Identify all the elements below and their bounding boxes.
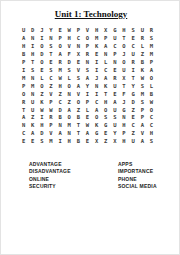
grid-cell: F xyxy=(65,51,74,59)
grid-cell: N xyxy=(56,122,65,130)
grid-cell: U xyxy=(19,27,28,35)
grid-cell: C xyxy=(56,98,65,106)
grid-cell: T xyxy=(28,59,37,67)
grid-cell: A xyxy=(56,130,65,138)
grid-cell: L xyxy=(37,75,46,83)
grid-cell: C xyxy=(129,43,138,51)
grid-cell: A xyxy=(138,122,147,130)
grid-cell: A xyxy=(65,106,74,114)
grid-cell: R xyxy=(83,51,92,59)
grid-cell: N xyxy=(28,35,37,43)
grid-cell: B xyxy=(74,138,83,146)
word-list-left: ADVANTAGEDISADVANTAGEONLINESECURITY xyxy=(29,161,71,191)
grid-cell: X xyxy=(74,51,83,59)
grid-cell: S xyxy=(110,114,119,122)
grid-cell: Y xyxy=(129,83,138,91)
grid-cell: X xyxy=(119,75,128,83)
grid-cell: W xyxy=(65,27,74,35)
grid-cell: I xyxy=(83,90,92,98)
grid-cell: C xyxy=(147,122,156,130)
word-list-item: APPS xyxy=(118,161,157,168)
grid-cell: E xyxy=(19,138,28,146)
grid-cell: C xyxy=(46,75,55,83)
grid-cell: S xyxy=(138,98,147,106)
grid-cell: S xyxy=(101,114,110,122)
grid-cell: V xyxy=(74,67,83,75)
grid-cell: W xyxy=(56,75,65,83)
grid-cell: L xyxy=(83,106,92,114)
grid-cell: N xyxy=(74,43,83,51)
grid-cell: U xyxy=(110,122,119,130)
grid-cell: P xyxy=(119,130,128,138)
word-list-item: IMPORTANCE xyxy=(118,168,157,175)
grid-cell: S xyxy=(37,138,46,146)
grid-cell: T xyxy=(74,122,83,130)
grid-cell: N xyxy=(92,83,101,91)
word-search-grid: UDJYEWPVHXGHSURANINPHCOMPUTERSHIOSOVNPKA… xyxy=(19,27,156,146)
grid-cell: S xyxy=(147,35,156,43)
grid-cell: P xyxy=(147,59,156,67)
grid-cell: I xyxy=(92,59,101,67)
grid-cell: E xyxy=(129,35,138,43)
grid-cell: U xyxy=(129,138,138,146)
grid-cell: W xyxy=(46,106,55,114)
grid-cell: I xyxy=(129,67,138,75)
grid-cell: Y xyxy=(110,130,119,138)
grid-cell: M xyxy=(65,122,74,130)
grid-cell: B xyxy=(19,51,28,59)
grid-cell: N xyxy=(65,90,74,98)
grid-cell: K xyxy=(92,43,101,51)
grid-cell: E xyxy=(110,67,119,75)
grid-cell: C xyxy=(92,98,101,106)
grid-cell: S xyxy=(129,27,138,35)
grid-cell: P xyxy=(56,35,65,43)
grid-cell: O xyxy=(56,43,65,51)
grid-cell: S xyxy=(83,67,92,75)
grid-cell: C xyxy=(101,67,110,75)
grid-cell: H xyxy=(28,51,37,59)
grid-cell: E xyxy=(92,51,101,59)
grid-cell: H xyxy=(147,130,156,138)
grid-cell: A xyxy=(101,75,110,83)
grid-cell: S xyxy=(74,75,83,83)
grid-cell: H xyxy=(119,27,128,35)
grid-cell: Z xyxy=(56,90,65,98)
grid-cell: A xyxy=(74,83,83,91)
grid-cell: P xyxy=(46,122,55,130)
grid-cell: N xyxy=(28,75,37,83)
grid-cell: O xyxy=(92,114,101,122)
grid-cell: G xyxy=(101,122,110,130)
grid-cell: R xyxy=(19,98,28,106)
grid-cell: E xyxy=(46,59,55,67)
grid-cell: M xyxy=(92,35,101,43)
grid-cell: J xyxy=(92,75,101,83)
grid-cell: E xyxy=(28,138,37,146)
word-list-item: ONLINE xyxy=(29,176,71,183)
grid-cell: E xyxy=(101,130,110,138)
grid-cell: S xyxy=(28,67,37,75)
grid-cell: N xyxy=(28,90,37,98)
grid-cell: G xyxy=(119,106,128,114)
grid-cell: M xyxy=(138,90,147,98)
grid-cell: T xyxy=(119,83,128,91)
grid-cell: R xyxy=(110,75,119,83)
word-list-item: SOCIAL MEDIA xyxy=(118,183,157,190)
word-list-item: SECURITY xyxy=(29,183,71,190)
word-list-item: PHONE xyxy=(118,176,157,183)
grid-cell: W xyxy=(37,106,46,114)
grid-cell: U xyxy=(28,98,37,106)
grid-cell: A xyxy=(101,43,110,51)
grid-cell: B xyxy=(56,114,65,122)
grid-cell: I xyxy=(37,114,46,122)
grid-cell: R xyxy=(56,59,65,67)
grid-cell: T xyxy=(19,106,28,114)
grid-cell: L xyxy=(65,75,74,83)
grid-cell: O xyxy=(147,106,156,114)
grid-cell: H xyxy=(65,35,74,43)
grid-cell: B xyxy=(74,114,83,122)
grid-cell: H xyxy=(119,122,128,130)
grid-cell: T xyxy=(101,90,110,98)
grid-cell: U xyxy=(129,51,138,59)
grid-cell: E xyxy=(56,27,65,35)
grid-cell: T xyxy=(74,130,83,138)
grid-cell: W xyxy=(138,75,147,83)
grid-cell: A xyxy=(147,67,156,75)
grid-cell: V xyxy=(65,43,74,51)
grid-cell: A xyxy=(92,106,101,114)
grid-cell: S xyxy=(147,138,156,146)
grid-cell: M xyxy=(147,51,156,59)
grid-cell: P xyxy=(19,83,28,91)
grid-cell: P xyxy=(138,106,147,114)
grid-cell: E xyxy=(110,90,119,98)
grid-cell: N xyxy=(83,59,92,67)
grid-cell: O xyxy=(147,75,156,83)
grid-cell: D xyxy=(56,106,65,114)
grid-cell: O xyxy=(37,59,46,67)
grid-cell: C xyxy=(129,122,138,130)
grid-cell: W xyxy=(83,122,92,130)
grid-cell: H xyxy=(119,138,128,146)
grid-cell: V xyxy=(138,130,147,138)
word-list-right: APPSIMPORTANCEPHONESOCIAL MEDIA xyxy=(118,161,157,191)
grid-cell: X xyxy=(92,138,101,146)
grid-cell: O xyxy=(37,83,46,91)
grid-cell: O xyxy=(19,90,28,98)
grid-cell: F xyxy=(119,90,128,98)
grid-cell: G xyxy=(92,130,101,138)
grid-cell: I xyxy=(37,35,46,43)
grid-cell: N xyxy=(101,51,110,59)
grid-cell: R xyxy=(46,114,55,122)
grid-cell: Z xyxy=(65,98,74,106)
grid-cell: U xyxy=(110,83,119,91)
grid-cell: J xyxy=(119,98,128,106)
page-title: Unit 1: Technology xyxy=(1,9,180,19)
grid-cell: I xyxy=(19,67,28,75)
grid-cell: P xyxy=(19,59,28,67)
grid-cell: A xyxy=(28,130,37,138)
grid-cell: Z xyxy=(129,130,138,138)
grid-cell: J xyxy=(37,27,46,35)
grid-cell: H xyxy=(19,43,28,51)
grid-cell: S xyxy=(46,43,55,51)
grid-cell: E xyxy=(74,59,83,67)
grid-cell: H xyxy=(101,98,110,106)
grid-cell: O xyxy=(37,43,46,51)
grid-cell: L xyxy=(147,83,156,91)
grid-cell: I xyxy=(92,90,101,98)
grid-cell: C xyxy=(19,130,28,138)
grid-cell: N xyxy=(119,114,128,122)
grid-cell: V xyxy=(74,90,83,98)
grid-cell: T xyxy=(46,51,55,59)
grid-cell: I xyxy=(56,138,65,146)
grid-cell: A xyxy=(19,114,28,122)
grid-cell: A xyxy=(19,35,28,43)
grid-cell: C xyxy=(147,114,156,122)
grid-cell: Z xyxy=(129,106,138,114)
grid-cell: O xyxy=(65,83,74,91)
word-list-item: ADVANTAGE xyxy=(29,161,71,168)
grid-cell: S xyxy=(138,83,147,91)
grid-cell: P xyxy=(101,35,110,43)
grid-cell: M xyxy=(147,43,156,51)
grid-cell: Z xyxy=(74,106,83,114)
grid-cell: O xyxy=(83,35,92,43)
grid-cell: R xyxy=(129,59,138,67)
grid-cell: E xyxy=(83,114,92,122)
grid-cell: O xyxy=(101,106,110,114)
grid-cell: U xyxy=(110,35,119,43)
grid-cell: V xyxy=(46,90,55,98)
grid-cell: M xyxy=(56,67,65,75)
grid-cell: P xyxy=(83,43,92,51)
grid-cell: C xyxy=(110,43,119,51)
grid-cell: R xyxy=(138,35,147,43)
grid-cell: B xyxy=(147,90,156,98)
grid-cell: N xyxy=(65,130,74,138)
grid-cell: N xyxy=(19,122,28,130)
grid-cell: O xyxy=(65,114,74,122)
grid-cell: I xyxy=(92,67,101,75)
grid-cell: Z xyxy=(37,90,46,98)
grid-cell: E xyxy=(37,67,46,75)
grid-cell: M xyxy=(19,75,28,83)
grid-cell: A xyxy=(83,75,92,83)
grid-cell: L xyxy=(101,59,110,67)
grid-cell: U xyxy=(28,106,37,114)
grid-cell: X xyxy=(110,138,119,146)
grid-cell: D xyxy=(28,27,37,35)
grid-cell: H xyxy=(37,122,46,130)
grid-cell: P xyxy=(138,114,147,122)
grid-cell: O xyxy=(74,98,83,106)
grid-cell: A xyxy=(83,130,92,138)
grid-cell: A xyxy=(110,98,119,106)
grid-cell: K xyxy=(138,67,147,75)
grid-cell: S xyxy=(46,67,55,75)
grid-cell: T xyxy=(129,75,138,83)
grid-cell: T xyxy=(119,35,128,43)
grid-cell: N xyxy=(110,59,119,67)
grid-cell: M xyxy=(46,138,55,146)
grid-cell: B xyxy=(138,59,147,67)
grid-cell: D xyxy=(37,51,46,59)
grid-cell: U xyxy=(138,27,147,35)
grid-cell: N xyxy=(46,35,55,43)
grid-cell: W xyxy=(147,98,156,106)
grid-cell: H xyxy=(56,83,65,91)
grid-cell: L xyxy=(138,43,147,51)
grid-cell: V xyxy=(83,27,92,35)
grid-cell: O xyxy=(119,59,128,67)
grid-cell: K xyxy=(37,98,46,106)
grid-cell: Z xyxy=(28,114,37,122)
grid-cell: C xyxy=(74,35,83,43)
grid-cell: P xyxy=(110,51,119,59)
grid-cell: Z xyxy=(138,51,147,59)
grid-cell: H xyxy=(65,138,74,146)
grid-cell: A xyxy=(138,138,147,146)
grid-cell: H xyxy=(92,27,101,35)
grid-cell: Y xyxy=(83,83,92,91)
grid-cell: A xyxy=(56,51,65,59)
grid-cell: Z xyxy=(101,138,110,146)
grid-cell: P xyxy=(46,98,55,106)
grid-cell: D xyxy=(65,59,74,67)
grid-cell: D xyxy=(37,130,46,138)
grid-cell: G xyxy=(129,90,138,98)
grid-cell: U xyxy=(119,67,128,75)
grid-cell: U xyxy=(110,106,119,114)
grid-cell: X xyxy=(101,27,110,35)
grid-cell: E xyxy=(83,138,92,146)
grid-cell: O xyxy=(119,43,128,51)
grid-cell: I xyxy=(28,43,37,51)
grid-cell: K xyxy=(101,83,110,91)
grid-cell: R xyxy=(147,27,156,35)
word-list-item: DISADVANTAGE xyxy=(29,168,71,175)
grid-cell: V xyxy=(46,130,55,138)
grid-cell: Y xyxy=(46,27,55,35)
grid-cell: P xyxy=(74,27,83,35)
grid-cell: K xyxy=(92,122,101,130)
grid-cell: K xyxy=(28,122,37,130)
grid-cell: D xyxy=(129,98,138,106)
grid-cell: E xyxy=(129,114,138,122)
grid-cell: P xyxy=(83,98,92,106)
grid-cell: Z xyxy=(46,83,55,91)
grid-cell: J xyxy=(119,51,128,59)
grid-cell: G xyxy=(110,27,119,35)
grid-cell: S xyxy=(65,67,74,75)
grid-cell: M xyxy=(28,83,37,91)
